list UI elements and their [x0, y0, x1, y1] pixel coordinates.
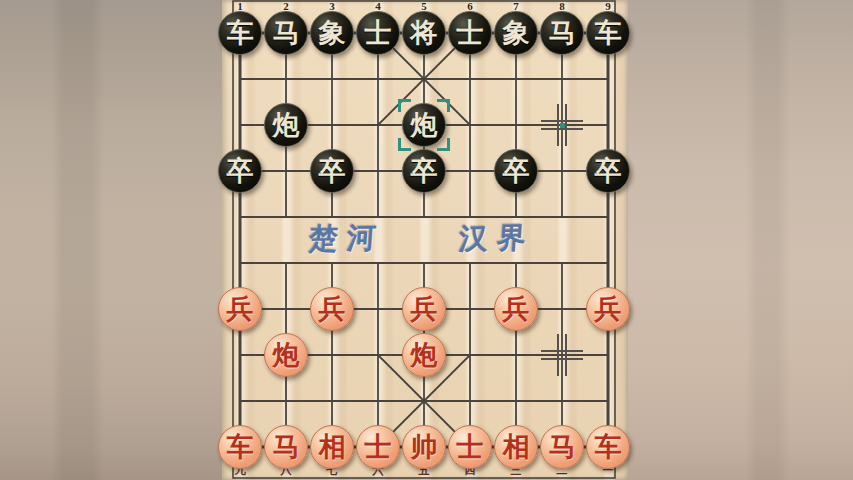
red-elephant[interactable]: 相: [494, 425, 538, 469]
move-origin-cross-marker: [539, 332, 585, 378]
red-chariot[interactable]: 车: [586, 425, 630, 469]
black-cannon[interactable]: 炮: [402, 103, 446, 147]
black-chariot[interactable]: 车: [218, 11, 262, 55]
black-soldier[interactable]: 卒: [310, 149, 354, 193]
red-general[interactable]: 帅: [402, 425, 446, 469]
black-advisor[interactable]: 士: [448, 11, 492, 55]
move-origin-cross-marker: [539, 102, 585, 148]
last-move-selection-brackets: [398, 99, 450, 151]
red-soldier[interactable]: 兵: [402, 287, 446, 331]
black-elephant[interactable]: 象: [310, 11, 354, 55]
red-elephant[interactable]: 相: [310, 425, 354, 469]
red-advisor[interactable]: 士: [448, 425, 492, 469]
black-chariot[interactable]: 车: [586, 11, 630, 55]
black-soldier[interactable]: 卒: [218, 149, 262, 193]
black-elephant[interactable]: 象: [494, 11, 538, 55]
red-cannon[interactable]: 炮: [402, 333, 446, 377]
black-horse[interactable]: 马: [264, 11, 308, 55]
red-soldier[interactable]: 兵: [586, 287, 630, 331]
red-soldier[interactable]: 兵: [310, 287, 354, 331]
black-cannon[interactable]: 炮: [264, 103, 308, 147]
board-intersection-grid[interactable]: 车马象士将士象马车炮炮卒卒卒卒卒兵兵兵兵兵炮炮车马相士帅士相马车: [217, 10, 631, 470]
red-soldier[interactable]: 兵: [218, 287, 262, 331]
red-cannon[interactable]: 炮: [264, 333, 308, 377]
left-blurred-backdrop: [0, 0, 222, 480]
black-horse[interactable]: 马: [540, 11, 584, 55]
xiangqi-board[interactable]: 123456789 九八七六五四三二一 楚河 汉界 车马象士将士象马车炮炮卒卒卒…: [222, 0, 628, 480]
xiangqi-app-window: 123456789 九八七六五四三二一 楚河 汉界 车马象士将士象马车炮炮卒卒卒…: [0, 0, 853, 480]
black-general[interactable]: 将: [402, 11, 446, 55]
red-horse[interactable]: 马: [540, 425, 584, 469]
red-horse[interactable]: 马: [264, 425, 308, 469]
red-soldier[interactable]: 兵: [494, 287, 538, 331]
black-soldier[interactable]: 卒: [586, 149, 630, 193]
right-blurred-backdrop: [628, 0, 853, 480]
black-advisor[interactable]: 士: [356, 11, 400, 55]
black-soldier[interactable]: 卒: [402, 149, 446, 193]
red-advisor[interactable]: 士: [356, 425, 400, 469]
black-soldier[interactable]: 卒: [494, 149, 538, 193]
red-chariot[interactable]: 车: [218, 425, 262, 469]
